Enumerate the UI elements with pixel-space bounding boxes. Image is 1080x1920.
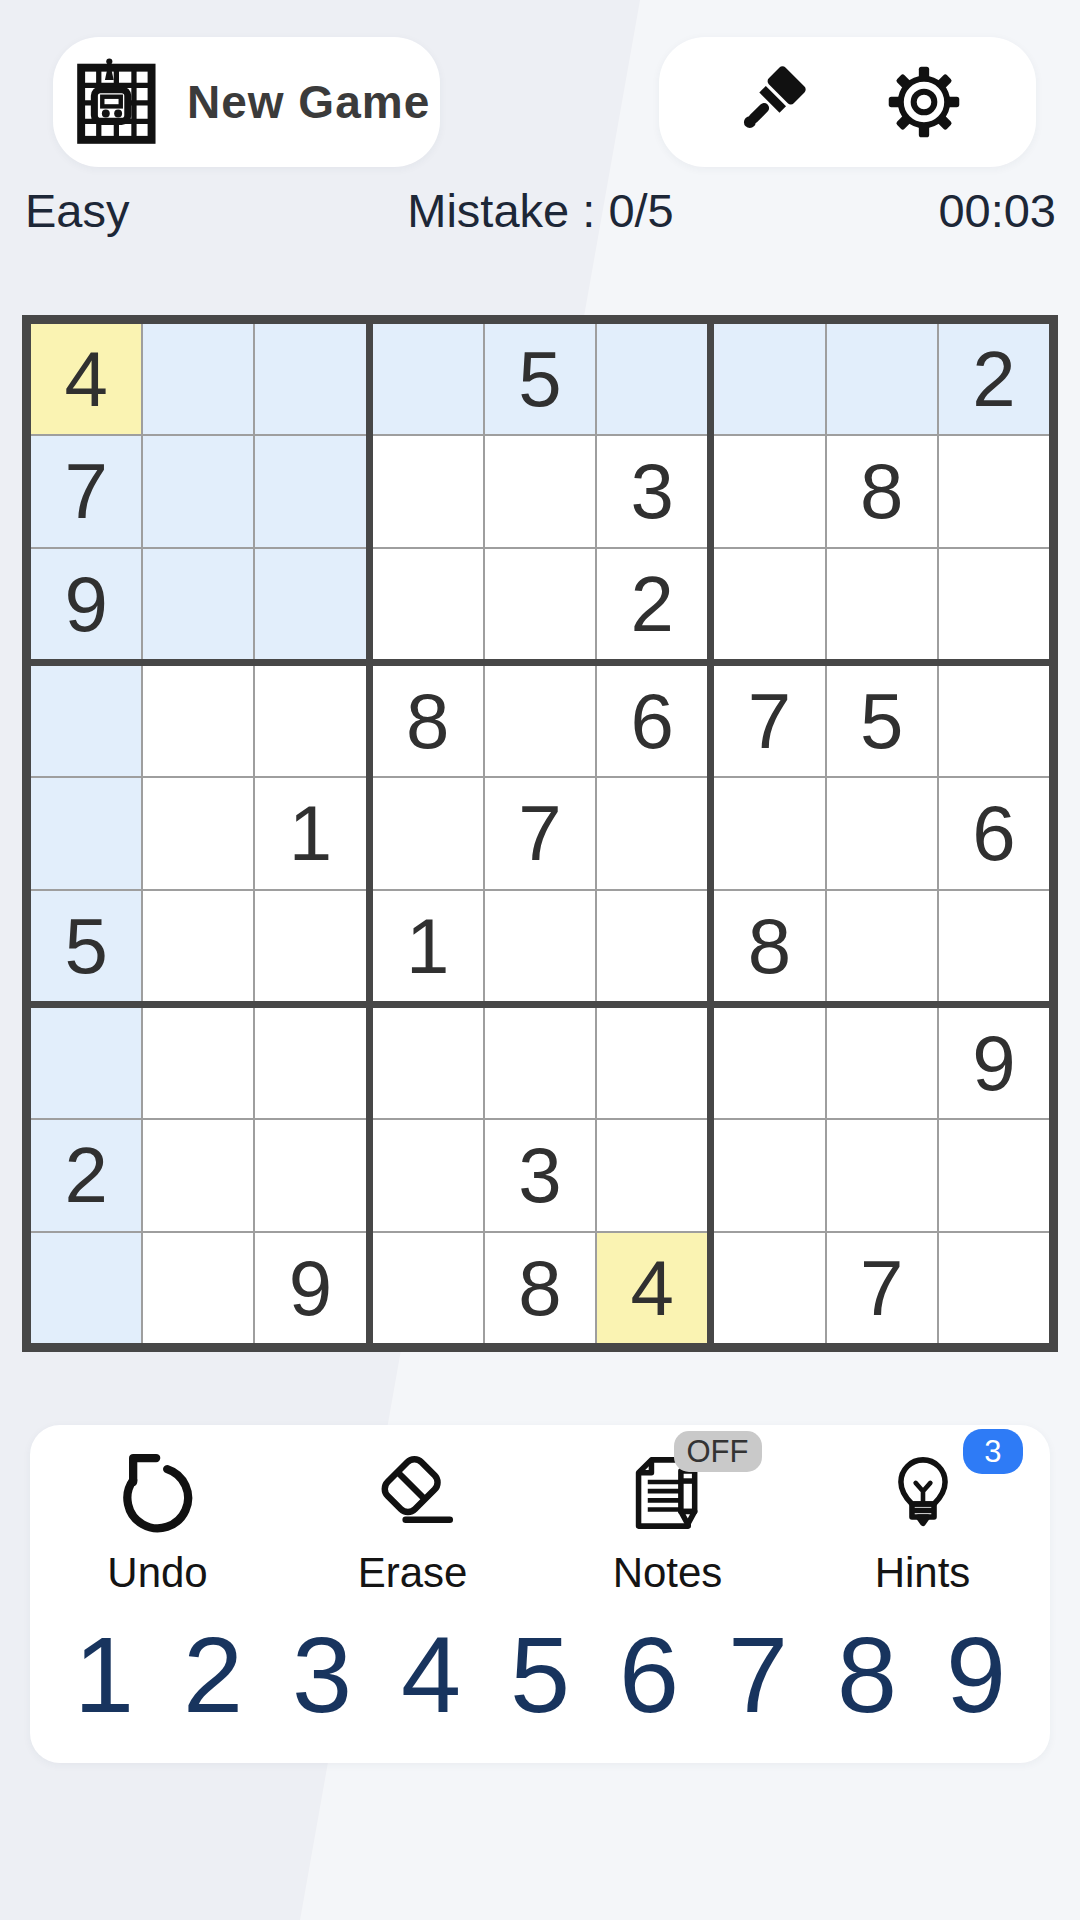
cell-r4c7[interactable]: 7	[714, 666, 824, 776]
cell-r8c1[interactable]: 2	[31, 1120, 141, 1230]
cell-r1c9[interactable]: 2	[939, 324, 1049, 434]
box-4: 15	[31, 666, 366, 1001]
cell-r3c9[interactable]	[939, 549, 1049, 659]
undo-label: Undo	[107, 1549, 207, 1597]
cell-r8c7[interactable]	[714, 1120, 824, 1230]
cell-r7c2[interactable]	[143, 1008, 253, 1118]
cell-r6c9[interactable]	[939, 891, 1049, 1001]
cell-r4c9[interactable]	[939, 666, 1049, 776]
cell-r2c2[interactable]	[143, 436, 253, 546]
cell-r4c3[interactable]	[255, 666, 365, 776]
toolbar-card: Undo Erase	[30, 1425, 1050, 1763]
cell-r7c1[interactable]	[31, 1008, 141, 1118]
difficulty-label: Easy	[25, 183, 130, 238]
new-game-label: New Game	[187, 75, 430, 129]
cell-r6c7[interactable]: 8	[714, 891, 824, 1001]
cell-r3c7[interactable]	[714, 549, 824, 659]
cell-r3c1[interactable]: 9	[31, 549, 141, 659]
cell-r6c2[interactable]	[143, 891, 253, 1001]
cell-r1c1[interactable]: 4	[31, 324, 141, 434]
cell-r5c5[interactable]: 7	[485, 778, 595, 888]
cell-r5c4[interactable]	[373, 778, 483, 888]
cell-r2c3[interactable]	[255, 436, 365, 546]
cell-r5c6[interactable]	[597, 778, 707, 888]
numpad-3[interactable]: 3	[292, 1621, 352, 1729]
numpad-2[interactable]: 2	[183, 1621, 243, 1729]
cell-r4c4[interactable]: 8	[373, 666, 483, 776]
cell-r2c9[interactable]	[939, 436, 1049, 546]
cell-r6c6[interactable]	[597, 891, 707, 1001]
box-5: 8671	[373, 666, 708, 1001]
cell-r4c5[interactable]	[485, 666, 595, 776]
status-bar: Easy Mistake : 0/5 00:03	[25, 178, 1056, 242]
hints-count-badge: 3	[963, 1429, 1022, 1474]
cell-r9c9[interactable]	[939, 1233, 1049, 1343]
cell-r5c8[interactable]	[827, 778, 937, 888]
sudoku-grid-icon	[75, 57, 163, 147]
theme-brush-button[interactable]	[728, 60, 812, 144]
cell-r9c6[interactable]: 4	[597, 1233, 707, 1343]
cell-r8c9[interactable]	[939, 1120, 1049, 1230]
cell-r5c3[interactable]: 1	[255, 778, 365, 888]
cell-r3c4[interactable]	[373, 549, 483, 659]
cell-r4c8[interactable]: 5	[827, 666, 937, 776]
box-1: 479	[31, 324, 366, 659]
notes-icon: OFF	[620, 1445, 716, 1541]
cell-r7c5[interactable]	[485, 1008, 595, 1118]
cell-r8c2[interactable]	[143, 1120, 253, 1230]
cell-r3c3[interactable]	[255, 549, 365, 659]
cell-r9c1[interactable]	[31, 1233, 141, 1343]
cell-r2c4[interactable]	[373, 436, 483, 546]
cell-r1c7[interactable]	[714, 324, 824, 434]
cell-r1c6[interactable]	[597, 324, 707, 434]
box-8: 384	[373, 1008, 708, 1343]
cell-r6c4[interactable]: 1	[373, 891, 483, 1001]
cell-r7c4[interactable]	[373, 1008, 483, 1118]
cell-r6c8[interactable]	[827, 891, 937, 1001]
notes-off-badge: OFF	[674, 1431, 762, 1472]
cell-r1c8[interactable]	[827, 324, 937, 434]
box-7: 29	[31, 1008, 366, 1343]
numpad-9[interactable]: 9	[946, 1621, 1006, 1729]
timer: 00:03	[938, 183, 1056, 238]
notes-label: Notes	[613, 1549, 723, 1597]
cell-r2c7[interactable]	[714, 436, 824, 546]
new-game-button[interactable]: New Game	[53, 37, 440, 167]
cell-r9c7[interactable]	[714, 1233, 824, 1343]
cell-r6c5[interactable]	[485, 891, 595, 1001]
cell-r8c3[interactable]	[255, 1120, 365, 1230]
cell-r7c8[interactable]	[827, 1008, 937, 1118]
cell-r2c6[interactable]: 3	[597, 436, 707, 546]
paint-brush-icon	[728, 60, 812, 144]
sudoku-app-screen: New Game	[0, 0, 1080, 1920]
settings-button[interactable]	[881, 59, 967, 145]
cell-r9c5[interactable]: 8	[485, 1233, 595, 1343]
cell-r7c6[interactable]	[597, 1008, 707, 1118]
cell-r9c2[interactable]	[143, 1233, 253, 1343]
mistake-counter: Mistake : 0/5	[407, 183, 673, 238]
cell-r7c3[interactable]	[255, 1008, 365, 1118]
gear-icon	[881, 59, 967, 145]
cell-r6c3[interactable]	[255, 891, 365, 1001]
numpad-6[interactable]: 6	[619, 1621, 679, 1729]
box-3: 28	[714, 324, 1049, 659]
cell-r8c8[interactable]	[827, 1120, 937, 1230]
cell-r6c1[interactable]: 5	[31, 891, 141, 1001]
numpad-1[interactable]: 1	[74, 1621, 134, 1729]
numpad-4[interactable]: 4	[401, 1621, 461, 1729]
cell-r8c6[interactable]	[597, 1120, 707, 1230]
cell-r5c1[interactable]	[31, 778, 141, 888]
cell-r2c1[interactable]: 7	[31, 436, 141, 546]
cell-r3c8[interactable]	[827, 549, 937, 659]
undo-button[interactable]: Undo	[30, 1445, 285, 1597]
tools-row: Undo Erase	[30, 1445, 1050, 1597]
cell-r1c5[interactable]: 5	[485, 324, 595, 434]
topbar-tools-pill	[659, 37, 1036, 167]
cell-r4c1[interactable]	[31, 666, 141, 776]
cell-r9c8[interactable]: 7	[827, 1233, 937, 1343]
erase-button[interactable]: Erase	[285, 1445, 540, 1597]
cell-r1c4[interactable]	[373, 324, 483, 434]
cell-r4c6[interactable]: 6	[597, 666, 707, 776]
notes-button[interactable]: OFF Notes	[540, 1445, 795, 1597]
eraser-icon	[365, 1445, 461, 1541]
cell-r5c7[interactable]	[714, 778, 824, 888]
numpad-5[interactable]: 5	[510, 1621, 570, 1729]
cell-r9c3[interactable]: 9	[255, 1233, 365, 1343]
hints-button[interactable]: 3 Hints	[795, 1445, 1050, 1597]
cell-r1c2[interactable]	[143, 324, 253, 434]
cell-r2c5[interactable]	[485, 436, 595, 546]
numpad-8[interactable]: 8	[837, 1621, 897, 1729]
numpad-7[interactable]: 7	[728, 1621, 788, 1729]
sudoku-board: 4795322815867175682938497	[22, 315, 1058, 1352]
cell-r8c5[interactable]: 3	[485, 1120, 595, 1230]
lightbulb-icon: 3	[875, 1445, 971, 1541]
box-2: 532	[373, 324, 708, 659]
undo-icon	[110, 1445, 206, 1541]
cell-r7c9[interactable]: 9	[939, 1008, 1049, 1118]
hints-label: Hints	[875, 1549, 971, 1597]
cell-r3c6[interactable]: 2	[597, 549, 707, 659]
cell-r8c4[interactable]	[373, 1120, 483, 1230]
cell-r4c2[interactable]	[143, 666, 253, 776]
cell-r7c7[interactable]	[714, 1008, 824, 1118]
cell-r5c9[interactable]: 6	[939, 778, 1049, 888]
cell-r2c8[interactable]: 8	[827, 436, 937, 546]
number-pad: 123456789	[74, 1621, 1006, 1729]
cell-r3c5[interactable]	[485, 549, 595, 659]
cell-r1c3[interactable]	[255, 324, 365, 434]
box-6: 7568	[714, 666, 1049, 1001]
notes-label-text: Erase	[358, 1549, 468, 1597]
cell-r9c4[interactable]	[373, 1233, 483, 1343]
box-9: 97	[714, 1008, 1049, 1343]
cell-r5c2[interactable]	[143, 778, 253, 888]
cell-r3c2[interactable]	[143, 549, 253, 659]
